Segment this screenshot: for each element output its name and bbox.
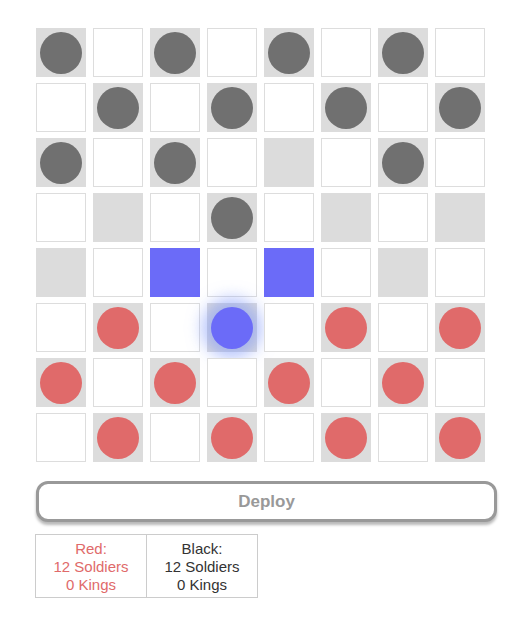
square-r6c0[interactable] [36,358,86,407]
square-r4c3 [207,248,257,297]
square-r7c1[interactable] [93,413,143,462]
black-status-title: Black: [149,540,255,558]
square-r2c1 [93,138,143,187]
checkers-board [36,28,485,462]
black-piece[interactable] [40,142,82,184]
square-r6c3 [207,358,257,407]
square-r6c2[interactable] [150,358,200,407]
red-piece[interactable] [439,417,481,459]
move-target-square-r4c4[interactable] [264,248,314,297]
red-status-title: Red: [38,540,144,558]
square-r2c4[interactable] [264,138,314,187]
black-piece[interactable] [211,87,253,129]
square-r7c4 [264,413,314,462]
square-r7c2 [150,413,200,462]
red-piece[interactable] [97,307,139,349]
move-target-square-r4c2[interactable] [150,248,200,297]
square-r6c7 [435,358,485,407]
square-r1c5[interactable] [321,83,371,132]
square-r0c0[interactable] [36,28,86,77]
square-r4c5 [321,248,371,297]
square-r5c3[interactable] [207,303,257,352]
black-piece[interactable] [97,87,139,129]
square-r2c2[interactable] [150,138,200,187]
square-r3c5[interactable] [321,193,371,242]
square-r5c1[interactable] [93,303,143,352]
square-r2c0[interactable] [36,138,86,187]
square-r3c2 [150,193,200,242]
square-r7c0 [36,413,86,462]
black-piece[interactable] [382,32,424,74]
black-status-soldiers: 12 Soldiers [149,558,255,576]
square-r1c4 [264,83,314,132]
square-r3c1[interactable] [93,193,143,242]
square-r3c6 [378,193,428,242]
red-status: Red: 12 Soldiers 0 Kings [36,535,147,597]
selected-red-piece[interactable] [211,307,253,349]
red-piece[interactable] [325,417,367,459]
square-r4c0[interactable] [36,248,86,297]
red-piece[interactable] [382,362,424,404]
square-r2c5 [321,138,371,187]
black-piece[interactable] [40,32,82,74]
black-piece[interactable] [154,32,196,74]
square-r0c4[interactable] [264,28,314,77]
square-r5c5[interactable] [321,303,371,352]
red-piece[interactable] [325,307,367,349]
square-r3c3[interactable] [207,193,257,242]
square-r6c4[interactable] [264,358,314,407]
black-piece[interactable] [211,197,253,239]
square-r1c1[interactable] [93,83,143,132]
square-r0c1 [93,28,143,77]
red-status-soldiers: 12 Soldiers [38,558,144,576]
square-r1c0 [36,83,86,132]
red-status-kings: 0 Kings [38,576,144,594]
square-r6c5 [321,358,371,407]
deploy-button[interactable]: Deploy [36,481,497,522]
square-r3c7[interactable] [435,193,485,242]
square-r5c7[interactable] [435,303,485,352]
square-r0c2[interactable] [150,28,200,77]
square-r7c5[interactable] [321,413,371,462]
square-r5c6 [378,303,428,352]
red-piece[interactable] [40,362,82,404]
red-piece[interactable] [268,362,310,404]
square-r0c5 [321,28,371,77]
square-r5c2 [150,303,200,352]
square-r7c6 [378,413,428,462]
square-r0c6[interactable] [378,28,428,77]
status-panel: Red: 12 Soldiers 0 Kings Black: 12 Soldi… [35,534,258,598]
square-r2c6[interactable] [378,138,428,187]
black-piece[interactable] [325,87,367,129]
square-r3c4 [264,193,314,242]
square-r1c7[interactable] [435,83,485,132]
square-r4c7 [435,248,485,297]
square-r6c6[interactable] [378,358,428,407]
square-r7c3[interactable] [207,413,257,462]
square-r5c4 [264,303,314,352]
square-r3c0 [36,193,86,242]
square-r6c1 [93,358,143,407]
square-r1c6 [378,83,428,132]
square-r1c2 [150,83,200,132]
black-piece[interactable] [154,142,196,184]
square-r4c6[interactable] [378,248,428,297]
red-piece[interactable] [154,362,196,404]
black-status: Black: 12 Soldiers 0 Kings [147,535,257,597]
square-r4c1 [93,248,143,297]
square-r7c7[interactable] [435,413,485,462]
square-r0c3 [207,28,257,77]
square-r5c0 [36,303,86,352]
red-piece[interactable] [439,307,481,349]
square-r0c7 [435,28,485,77]
square-r2c7 [435,138,485,187]
black-status-kings: 0 Kings [149,576,255,594]
red-piece[interactable] [211,417,253,459]
black-piece[interactable] [439,87,481,129]
square-r1c3[interactable] [207,83,257,132]
black-piece[interactable] [268,32,310,74]
red-piece[interactable] [97,417,139,459]
black-piece[interactable] [382,142,424,184]
square-r2c3 [207,138,257,187]
